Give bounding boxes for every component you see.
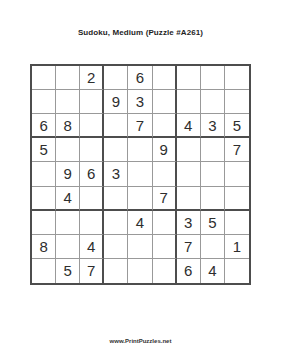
cell-r4c9[interactable]: 7 <box>225 138 249 162</box>
cell-r7c6[interactable] <box>153 211 177 235</box>
cell-r5c9[interactable] <box>225 162 249 186</box>
cell-r5c5[interactable] <box>128 162 152 186</box>
cell-r1c8[interactable] <box>201 66 225 90</box>
cell-r7c9[interactable] <box>225 211 249 235</box>
cell-r2c9[interactable] <box>225 90 249 114</box>
cell-r4c3[interactable] <box>80 138 104 162</box>
cell-r9c7[interactable]: 6 <box>177 259 201 283</box>
cell-r6c2[interactable]: 4 <box>56 187 80 211</box>
cell-r4c8[interactable] <box>201 138 225 162</box>
cell-r8c1[interactable]: 8 <box>32 235 56 259</box>
cell-r6c5[interactable] <box>128 187 152 211</box>
cell-r1c9[interactable] <box>225 66 249 90</box>
cell-r9c4[interactable] <box>104 259 128 283</box>
cell-r2c7[interactable] <box>177 90 201 114</box>
cell-r1c7[interactable] <box>177 66 201 90</box>
cell-r3c7[interactable]: 4 <box>177 114 201 138</box>
cell-r3c1[interactable]: 6 <box>32 114 56 138</box>
cell-r9c8[interactable]: 4 <box>201 259 225 283</box>
cell-r1c5[interactable]: 6 <box>128 66 152 90</box>
cell-r1c3[interactable]: 2 <box>80 66 104 90</box>
cell-r6c3[interactable] <box>80 187 104 211</box>
cell-r8c8[interactable] <box>201 235 225 259</box>
cell-r8c9[interactable]: 1 <box>225 235 249 259</box>
cell-r6c6[interactable]: 7 <box>153 187 177 211</box>
cell-r7c1[interactable] <box>32 211 56 235</box>
page-title: Sudoku, Medium (Puzzle #A261) <box>0 28 281 37</box>
cell-r6c1[interactable] <box>32 187 56 211</box>
cell-r3c8[interactable]: 3 <box>201 114 225 138</box>
cell-r7c7[interactable]: 3 <box>177 211 201 235</box>
cell-r2c5[interactable]: 3 <box>128 90 152 114</box>
cell-r8c2[interactable] <box>56 235 80 259</box>
cell-r1c1[interactable] <box>32 66 56 90</box>
cell-r2c1[interactable] <box>32 90 56 114</box>
cell-r8c6[interactable] <box>153 235 177 259</box>
cell-r2c4[interactable]: 9 <box>104 90 128 114</box>
cell-r5c3[interactable]: 6 <box>80 162 104 186</box>
cell-r5c4[interactable]: 3 <box>104 162 128 186</box>
cell-r9c6[interactable] <box>153 259 177 283</box>
footer-site-url: www.PrintPuzzles.net <box>0 338 281 344</box>
cell-r3c4[interactable] <box>104 114 128 138</box>
cell-r8c4[interactable] <box>104 235 128 259</box>
cell-r8c5[interactable] <box>128 235 152 259</box>
cell-r7c2[interactable] <box>56 211 80 235</box>
cell-r4c5[interactable] <box>128 138 152 162</box>
sudoku-board: 26936874355979634743584715764 <box>30 64 251 285</box>
cell-r3c9[interactable]: 5 <box>225 114 249 138</box>
cell-r3c5[interactable]: 7 <box>128 114 152 138</box>
cell-r4c4[interactable] <box>104 138 128 162</box>
cell-r9c5[interactable] <box>128 259 152 283</box>
cell-r9c1[interactable] <box>32 259 56 283</box>
cell-r9c9[interactable] <box>225 259 249 283</box>
cell-r2c3[interactable] <box>80 90 104 114</box>
cell-r2c8[interactable] <box>201 90 225 114</box>
cell-r3c2[interactable]: 8 <box>56 114 80 138</box>
cell-r6c9[interactable] <box>225 187 249 211</box>
cell-r2c2[interactable] <box>56 90 80 114</box>
cell-r6c8[interactable] <box>201 187 225 211</box>
cell-r5c2[interactable]: 9 <box>56 162 80 186</box>
cell-r7c8[interactable]: 5 <box>201 211 225 235</box>
cell-r6c7[interactable] <box>177 187 201 211</box>
cell-r1c4[interactable] <box>104 66 128 90</box>
cell-r7c4[interactable] <box>104 211 128 235</box>
cell-r5c7[interactable] <box>177 162 201 186</box>
cell-r7c5[interactable]: 4 <box>128 211 152 235</box>
sudoku-page: Sudoku, Medium (Puzzle #A261) 2693687435… <box>0 0 281 363</box>
cell-r4c7[interactable] <box>177 138 201 162</box>
cell-r3c3[interactable] <box>80 114 104 138</box>
cell-r4c6[interactable]: 9 <box>153 138 177 162</box>
cell-r6c4[interactable] <box>104 187 128 211</box>
cell-r9c3[interactable]: 7 <box>80 259 104 283</box>
cell-r8c7[interactable]: 7 <box>177 235 201 259</box>
cell-r1c2[interactable] <box>56 66 80 90</box>
cell-r9c2[interactable]: 5 <box>56 259 80 283</box>
cell-r4c2[interactable] <box>56 138 80 162</box>
cell-r4c1[interactable]: 5 <box>32 138 56 162</box>
cell-r5c6[interactable] <box>153 162 177 186</box>
cell-r3c6[interactable] <box>153 114 177 138</box>
cell-r7c3[interactable] <box>80 211 104 235</box>
cell-r5c8[interactable] <box>201 162 225 186</box>
cell-r8c3[interactable]: 4 <box>80 235 104 259</box>
cell-r1c6[interactable] <box>153 66 177 90</box>
cell-r5c1[interactable] <box>32 162 56 186</box>
cell-r2c6[interactable] <box>153 90 177 114</box>
